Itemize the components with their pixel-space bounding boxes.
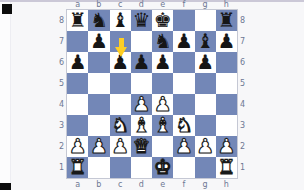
square-h1[interactable]: ♜ — [216, 157, 237, 178]
square-f5[interactable] — [173, 73, 194, 94]
piece-black-pawn-h7[interactable]: ♟ — [217, 31, 235, 52]
piece-black-bishop-g7[interactable]: ♝ — [196, 31, 214, 52]
piece-black-pawn-g6[interactable]: ♟ — [196, 52, 214, 73]
square-b2[interactable]: ♟ — [88, 136, 109, 157]
piece-white-pawn-g2[interactable]: ♟ — [196, 136, 214, 157]
square-e1[interactable]: ♚ — [152, 157, 173, 178]
square-c1[interactable] — [110, 157, 131, 178]
piece-white-pawn-h2[interactable]: ♟ — [217, 136, 235, 157]
piece-white-queen-d2[interactable]: ♛ — [132, 136, 150, 157]
file-label-f: f — [173, 0, 194, 9]
rank-label-7: 7 — [240, 31, 251, 52]
piece-black-pawn-b7[interactable]: ♟ — [90, 31, 108, 52]
square-b7[interactable]: ♟ — [88, 31, 109, 52]
square-h7[interactable]: ♟ — [216, 31, 237, 52]
rank-label-4: 4 — [240, 94, 251, 115]
piece-black-rook-h8[interactable]: ♜ — [217, 10, 235, 31]
square-f6[interactable] — [173, 52, 194, 73]
piece-white-rook-h1[interactable]: ♜ — [217, 157, 235, 178]
square-d6[interactable]: ♟ — [131, 52, 152, 73]
square-a6[interactable]: ♟ — [67, 52, 88, 73]
rank-label-5: 5 — [53, 73, 64, 94]
rank-label-6: 6 — [53, 52, 64, 73]
square-g1[interactable] — [195, 157, 216, 178]
screenshot-canvas: abcdefgh abcdefgh 87654321 87654321 ♜♞♝♛… — [0, 0, 304, 190]
piece-white-knight-c3[interactable]: ♞ — [111, 115, 129, 136]
piece-white-knight-f3[interactable]: ♞ — [175, 115, 193, 136]
square-a5[interactable] — [67, 73, 88, 94]
rank-label-7: 7 — [53, 31, 64, 52]
file-label-b: b — [88, 180, 109, 189]
square-h6[interactable] — [216, 52, 237, 73]
piece-white-pawn-f2[interactable]: ♟ — [175, 136, 193, 157]
file-label-f: f — [173, 180, 194, 189]
square-a1[interactable]: ♜ — [67, 157, 88, 178]
piece-black-knight-e7[interactable]: ♞ — [154, 31, 172, 52]
piece-white-pawn-e4[interactable]: ♟ — [154, 94, 172, 115]
square-b1[interactable] — [88, 157, 109, 178]
piece-black-pawn-d6[interactable]: ♟ — [132, 52, 150, 73]
piece-white-pawn-c2[interactable]: ♟ — [111, 136, 129, 157]
rank-label-6: 6 — [240, 52, 251, 73]
piece-black-pawn-f7[interactable]: ♟ — [175, 31, 193, 52]
square-b6[interactable] — [88, 52, 109, 73]
square-f7[interactable]: ♟ — [173, 31, 194, 52]
piece-black-knight-b8[interactable]: ♞ — [90, 10, 108, 31]
chess-board: ♜♞♝♛♚♜♟♞♟♝♟♟♟♟♟♟♟♟♞♝♝♞♟♟♟♛♟♟♟♜♚♜ — [67, 10, 237, 178]
piece-white-king-e1[interactable]: ♚ — [154, 157, 172, 178]
square-g6[interactable]: ♟ — [195, 52, 216, 73]
corner-artifact-top-left — [2, 4, 12, 14]
square-a4[interactable] — [67, 94, 88, 115]
file-label-g: g — [195, 0, 216, 9]
file-label-h: h — [216, 180, 237, 189]
square-g5[interactable] — [195, 73, 216, 94]
piece-white-pawn-a2[interactable]: ♟ — [69, 136, 87, 157]
square-e6[interactable]: ♟ — [152, 52, 173, 73]
file-label-d: d — [131, 180, 152, 189]
piece-white-bishop-e3[interactable]: ♝ — [154, 115, 172, 136]
file-label-g: g — [195, 180, 216, 189]
square-g4[interactable] — [195, 94, 216, 115]
piece-white-pawn-b2[interactable]: ♟ — [90, 136, 108, 157]
square-c5[interactable] — [110, 73, 131, 94]
rank-label-2: 2 — [53, 136, 64, 157]
piece-black-pawn-e6[interactable]: ♟ — [154, 52, 172, 73]
square-c2[interactable]: ♟ — [110, 136, 131, 157]
square-d2[interactable]: ♛ — [131, 136, 152, 157]
rank-label-5: 5 — [240, 73, 251, 94]
rank-label-3: 3 — [240, 115, 251, 136]
piece-black-rook-a8[interactable]: ♜ — [69, 10, 87, 31]
piece-black-bishop-c8[interactable]: ♝ — [111, 10, 129, 31]
rank-label-2: 2 — [240, 136, 251, 157]
square-h5[interactable] — [216, 73, 237, 94]
file-label-e: e — [152, 180, 173, 189]
rank-label-3: 3 — [53, 115, 64, 136]
square-d1[interactable] — [131, 157, 152, 178]
piece-black-king-e8[interactable]: ♚ — [154, 10, 172, 31]
move-arrow-head — [115, 47, 127, 57]
square-g2[interactable]: ♟ — [195, 136, 216, 157]
piece-black-pawn-a6[interactable]: ♟ — [69, 52, 87, 73]
square-c8[interactable]: ♝ — [110, 10, 131, 31]
square-f1[interactable] — [173, 157, 194, 178]
left-margin-strip — [0, 2, 11, 190]
square-a8[interactable]: ♜ — [67, 10, 88, 31]
rank-label-1: 1 — [240, 157, 251, 178]
move-arrow — [115, 38, 128, 57]
square-d8[interactable]: ♛ — [131, 10, 152, 31]
corner-artifact-bottom-left — [0, 183, 11, 190]
piece-white-bishop-d3[interactable]: ♝ — [132, 115, 150, 136]
rank-label-8: 8 — [53, 10, 64, 31]
rank-label-4: 4 — [53, 94, 64, 115]
move-arrow-stem — [119, 38, 124, 47]
piece-white-rook-a1[interactable]: ♜ — [69, 157, 87, 178]
piece-white-pawn-d4[interactable]: ♟ — [132, 94, 150, 115]
rank-label-1: 1 — [53, 157, 64, 178]
file-label-a: a — [67, 180, 88, 189]
rank-label-8: 8 — [240, 10, 251, 31]
square-f2[interactable]: ♟ — [173, 136, 194, 157]
square-h4[interactable] — [216, 94, 237, 115]
file-label-c: c — [110, 180, 131, 189]
square-b4[interactable] — [88, 94, 109, 115]
square-b5[interactable] — [88, 73, 109, 94]
square-e3[interactable]: ♝ — [152, 115, 173, 136]
piece-black-queen-d8[interactable]: ♛ — [132, 10, 150, 31]
